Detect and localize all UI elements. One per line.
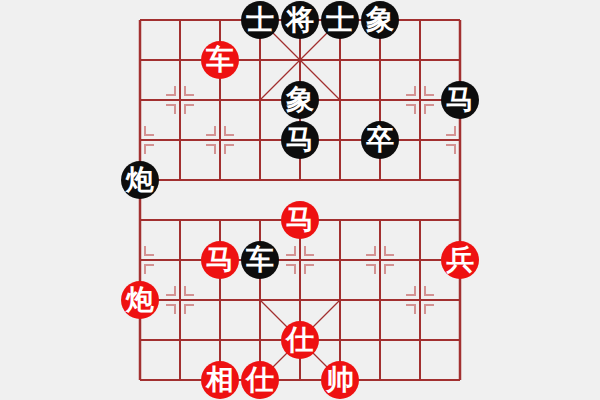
board-point[interactable]: [440, 40, 480, 80]
board-point[interactable]: [280, 240, 320, 280]
board-point[interactable]: 兵: [440, 240, 480, 280]
board-point[interactable]: [280, 280, 320, 320]
board-point[interactable]: [440, 280, 480, 320]
board-point[interactable]: [160, 0, 200, 40]
xiangqi-board: 士将士象车象马马卒炮马马车兵炮仕相仕帅: [120, 0, 480, 400]
board-point[interactable]: [320, 80, 360, 120]
board-point[interactable]: [240, 40, 280, 80]
board-point[interactable]: 马: [200, 240, 240, 280]
board-point[interactable]: [240, 80, 280, 120]
black-horse-piece[interactable]: 马: [441, 81, 479, 119]
board-point[interactable]: [160, 120, 200, 160]
board-point[interactable]: 帅: [320, 360, 360, 400]
board-point[interactable]: [120, 200, 160, 240]
board-point[interactable]: [160, 160, 200, 200]
xiangqi-app: 士将士象车象马马卒炮马马车兵炮仕相仕帅: [0, 0, 600, 400]
board-point[interactable]: [440, 0, 480, 40]
board-point[interactable]: 士: [240, 0, 280, 40]
board-point[interactable]: [360, 200, 400, 240]
board-point[interactable]: [240, 320, 280, 360]
board-point[interactable]: [320, 200, 360, 240]
black-elephant-piece[interactable]: 象: [361, 1, 399, 39]
board-point[interactable]: [400, 160, 440, 200]
board-point[interactable]: 马: [280, 120, 320, 160]
board-point[interactable]: [160, 40, 200, 80]
board-point[interactable]: [160, 240, 200, 280]
board-point[interactable]: [120, 80, 160, 120]
red-chariot-piece[interactable]: 车: [201, 41, 239, 79]
board-point[interactable]: [440, 200, 480, 240]
black-elephant-piece[interactable]: 象: [281, 81, 319, 119]
board-point[interactable]: 马: [440, 80, 480, 120]
red-advisor-piece[interactable]: 仕: [241, 361, 279, 399]
board-point[interactable]: [360, 80, 400, 120]
board-point[interactable]: [160, 280, 200, 320]
black-horse-piece[interactable]: 马: [281, 121, 319, 159]
board-point[interactable]: [120, 320, 160, 360]
board-point[interactable]: [360, 160, 400, 200]
board-point[interactable]: [440, 360, 480, 400]
board-point[interactable]: 车: [200, 40, 240, 80]
red-general-piece[interactable]: 帅: [321, 361, 359, 399]
board-point[interactable]: [320, 240, 360, 280]
board-point[interactable]: [360, 280, 400, 320]
board-point[interactable]: [320, 320, 360, 360]
black-advisor-piece[interactable]: 士: [321, 1, 359, 39]
board-point[interactable]: [160, 360, 200, 400]
board-point[interactable]: 士: [320, 0, 360, 40]
board-point[interactable]: 炮: [120, 280, 160, 320]
board-point[interactable]: [440, 160, 480, 200]
board-point[interactable]: [400, 360, 440, 400]
board-point[interactable]: [200, 280, 240, 320]
board-point[interactable]: [120, 120, 160, 160]
red-horse-piece[interactable]: 马: [201, 241, 239, 279]
red-advisor-piece[interactable]: 仕: [281, 321, 319, 359]
board-point[interactable]: [360, 320, 400, 360]
board-point[interactable]: 相: [200, 360, 240, 400]
board-point[interactable]: 仕: [280, 320, 320, 360]
board-point[interactable]: [240, 200, 280, 240]
board-point[interactable]: [280, 40, 320, 80]
board-point[interactable]: 将: [280, 0, 320, 40]
board-point[interactable]: [240, 280, 280, 320]
board-point[interactable]: [200, 0, 240, 40]
board-point[interactable]: [120, 0, 160, 40]
red-cannon-piece[interactable]: 炮: [121, 281, 159, 319]
board-point[interactable]: [400, 40, 440, 80]
board-point[interactable]: [320, 160, 360, 200]
board-point[interactable]: [120, 360, 160, 400]
board-point[interactable]: 炮: [120, 160, 160, 200]
board-point[interactable]: [400, 240, 440, 280]
black-general-piece[interactable]: 将: [281, 1, 319, 39]
board-point[interactable]: [400, 120, 440, 160]
board-point[interactable]: [320, 280, 360, 320]
board-point[interactable]: [280, 360, 320, 400]
board-point[interactable]: [200, 320, 240, 360]
board-point[interactable]: [280, 160, 320, 200]
board-point[interactable]: [120, 40, 160, 80]
board-point[interactable]: [320, 120, 360, 160]
board-point[interactable]: 象: [280, 80, 320, 120]
black-chariot-piece[interactable]: 车: [241, 241, 279, 279]
board-point[interactable]: [440, 320, 480, 360]
black-soldier-piece[interactable]: 卒: [361, 121, 399, 159]
board-point[interactable]: [400, 280, 440, 320]
board-point[interactable]: [160, 200, 200, 240]
board-point[interactable]: [320, 40, 360, 80]
board-point[interactable]: [360, 40, 400, 80]
board-point[interactable]: [160, 320, 200, 360]
board-point[interactable]: [240, 120, 280, 160]
board-point[interactable]: [440, 120, 480, 160]
board-point[interactable]: 仕: [240, 360, 280, 400]
red-elephant-piece[interactable]: 相: [201, 361, 239, 399]
board-point[interactable]: [360, 360, 400, 400]
red-soldier-piece[interactable]: 兵: [441, 241, 479, 279]
board-point[interactable]: 卒: [360, 120, 400, 160]
board-point[interactable]: [400, 80, 440, 120]
board-point[interactable]: [160, 80, 200, 120]
red-horse-piece[interactable]: 马: [281, 201, 319, 239]
board-point[interactable]: [200, 120, 240, 160]
board-point[interactable]: [360, 240, 400, 280]
board-point[interactable]: [120, 240, 160, 280]
board-point[interactable]: [240, 160, 280, 200]
board-point[interactable]: [200, 200, 240, 240]
board-point[interactable]: [400, 320, 440, 360]
board-point[interactable]: 象: [360, 0, 400, 40]
black-advisor-piece[interactable]: 士: [241, 1, 279, 39]
board-point[interactable]: 马: [280, 200, 320, 240]
board-point[interactable]: 车: [240, 240, 280, 280]
board-point[interactable]: [400, 0, 440, 40]
black-cannon-piece[interactable]: 炮: [121, 161, 159, 199]
board-point[interactable]: [400, 200, 440, 240]
board-point[interactable]: [200, 160, 240, 200]
board-point[interactable]: [200, 80, 240, 120]
